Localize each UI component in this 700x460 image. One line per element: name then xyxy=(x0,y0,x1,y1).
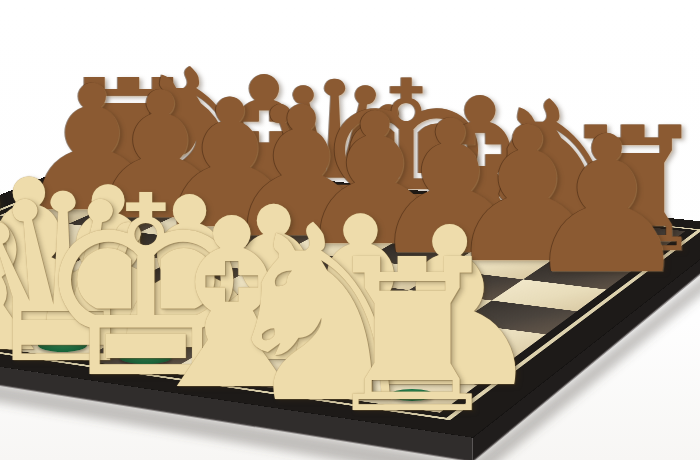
piece-white-rook[interactable]: ♜ xyxy=(317,232,506,443)
photo-backdrop: ♜♞♝♛♚♝♞♜♟♟♟♟♟♟♟♟♟♟♟♟♟♟♟♟♜♞♝♛♚♝♞♜ xyxy=(0,0,700,460)
